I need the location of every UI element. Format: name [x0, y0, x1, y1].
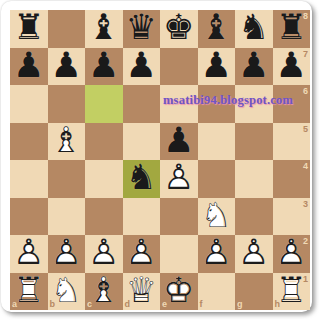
square-e1[interactable]: ♚♔e	[160, 273, 198, 311]
square-f1[interactable]: f	[198, 273, 236, 311]
square-d1[interactable]: ♛♕d	[123, 273, 161, 311]
rank-label-5: 5	[303, 124, 308, 134]
square-d4[interactable]: ♞	[123, 160, 161, 198]
piece-black-pawn[interactable]: ♟	[235, 48, 273, 86]
piece-black-pawn[interactable]: ♟	[160, 123, 198, 161]
rank-label-6: 6	[303, 86, 308, 96]
square-a3[interactable]	[10, 198, 48, 236]
square-f2[interactable]: ♟♙	[198, 235, 236, 273]
square-h8[interactable]: ♜8	[273, 10, 311, 48]
square-g8[interactable]: ♞	[235, 10, 273, 48]
square-f5[interactable]	[198, 123, 236, 161]
file-label-b: b	[50, 299, 56, 309]
square-h4[interactable]: 4	[273, 160, 311, 198]
square-a1[interactable]: ♜♖a	[10, 273, 48, 311]
square-e7[interactable]	[160, 48, 198, 86]
piece-white-pawn[interactable]: ♟♙	[48, 235, 86, 273]
square-b6[interactable]	[48, 85, 86, 123]
square-h3[interactable]: 3	[273, 198, 311, 236]
square-c5[interactable]	[85, 123, 123, 161]
square-c3[interactable]	[85, 198, 123, 236]
square-g2[interactable]: ♟♙	[235, 235, 273, 273]
square-g3[interactable]	[235, 198, 273, 236]
piece-white-pawn[interactable]: ♟♙	[10, 235, 48, 273]
piece-white-bishop[interactable]: ♝♗	[48, 123, 86, 161]
piece-white-pawn[interactable]: ♟♙	[123, 235, 161, 273]
square-a6[interactable]	[10, 85, 48, 123]
piece-black-rook[interactable]: ♜	[10, 10, 48, 48]
piece-black-bishop[interactable]: ♝	[85, 10, 123, 48]
square-b3[interactable]	[48, 198, 86, 236]
rank-label-4: 4	[303, 161, 308, 171]
piece-black-king[interactable]: ♚	[160, 10, 198, 48]
piece-black-pawn[interactable]: ♟	[48, 48, 86, 86]
square-d6[interactable]	[123, 85, 161, 123]
piece-white-pawn[interactable]: ♟♙	[198, 235, 236, 273]
square-c7[interactable]: ♟	[85, 48, 123, 86]
watermark: msatibi94.blogspot.com	[163, 93, 293, 108]
file-label-c: c	[87, 299, 92, 309]
square-b1[interactable]: ♞♘b	[48, 273, 86, 311]
square-a4[interactable]	[10, 160, 48, 198]
rank-label-3: 3	[303, 199, 308, 209]
square-d3[interactable]	[123, 198, 161, 236]
square-e3[interactable]	[160, 198, 198, 236]
piece-white-pawn[interactable]: ♟♙	[85, 235, 123, 273]
square-d7[interactable]: ♟	[123, 48, 161, 86]
piece-white-pawn[interactable]: ♟♙	[235, 235, 273, 273]
rank-label-7: 7	[303, 49, 308, 59]
square-f7[interactable]: ♟	[198, 48, 236, 86]
square-h2[interactable]: ♟♙2	[273, 235, 311, 273]
square-c8[interactable]: ♝	[85, 10, 123, 48]
piece-black-bishop[interactable]: ♝	[198, 10, 236, 48]
square-b5[interactable]: ♝♗	[48, 123, 86, 161]
square-g1[interactable]: g	[235, 273, 273, 311]
square-e2[interactable]	[160, 235, 198, 273]
square-g7[interactable]: ♟	[235, 48, 273, 86]
square-d8[interactable]: ♛	[123, 10, 161, 48]
square-d2[interactable]: ♟♙	[123, 235, 161, 273]
square-g4[interactable]	[235, 160, 273, 198]
square-h1[interactable]: ♜♖1h	[273, 273, 311, 311]
piece-black-queen[interactable]: ♛	[123, 10, 161, 48]
file-label-a: a	[12, 299, 17, 309]
square-e8[interactable]: ♚	[160, 10, 198, 48]
piece-black-pawn[interactable]: ♟	[85, 48, 123, 86]
square-b7[interactable]: ♟	[48, 48, 86, 86]
piece-white-knight[interactable]: ♞♘	[198, 198, 236, 236]
square-d5[interactable]	[123, 123, 161, 161]
square-c4[interactable]	[85, 160, 123, 198]
file-label-f: f	[200, 299, 203, 309]
square-b2[interactable]: ♟♙	[48, 235, 86, 273]
file-label-e: e	[162, 299, 167, 309]
piece-white-pawn[interactable]: ♟♙	[160, 160, 198, 198]
square-e5[interactable]: ♟	[160, 123, 198, 161]
square-g5[interactable]	[235, 123, 273, 161]
square-h7[interactable]: ♟7	[273, 48, 311, 86]
file-label-g: g	[237, 299, 243, 309]
square-h5[interactable]: 5	[273, 123, 311, 161]
square-f3[interactable]: ♞♘	[198, 198, 236, 236]
square-a5[interactable]	[10, 123, 48, 161]
chess-board: ♜♝♛♚♝♞♜8♟♟♟♟♟♟♟76♝♗♟5♞♟♙4♞♘3♟♙♟♙♟♙♟♙♟♙♟♙…	[10, 10, 310, 310]
square-a8[interactable]: ♜	[10, 10, 48, 48]
piece-black-knight[interactable]: ♞	[235, 10, 273, 48]
piece-black-pawn[interactable]: ♟	[123, 48, 161, 86]
square-c6[interactable]	[85, 85, 123, 123]
square-b4[interactable]	[48, 160, 86, 198]
square-a2[interactable]: ♟♙	[10, 235, 48, 273]
rank-label-1: 1	[303, 274, 308, 284]
rank-label-2: 2	[303, 236, 308, 246]
file-label-d: d	[125, 299, 131, 309]
square-a7[interactable]: ♟	[10, 48, 48, 86]
square-c1[interactable]: ♝♗c	[85, 273, 123, 311]
file-label-h: h	[275, 299, 281, 309]
square-e4[interactable]: ♟♙	[160, 160, 198, 198]
rank-label-8: 8	[303, 11, 308, 21]
screenshot-canvas: ♜♝♛♚♝♞♜8♟♟♟♟♟♟♟76♝♗♟5♞♟♙4♞♘3♟♙♟♙♟♙♟♙♟♙♟♙…	[0, 0, 320, 320]
piece-black-knight[interactable]: ♞	[123, 160, 161, 198]
square-b8[interactable]	[48, 10, 86, 48]
square-f8[interactable]: ♝	[198, 10, 236, 48]
square-c2[interactable]: ♟♙	[85, 235, 123, 273]
square-f4[interactable]	[198, 160, 236, 198]
piece-black-pawn[interactable]: ♟	[10, 48, 48, 86]
piece-black-pawn[interactable]: ♟	[198, 48, 236, 86]
